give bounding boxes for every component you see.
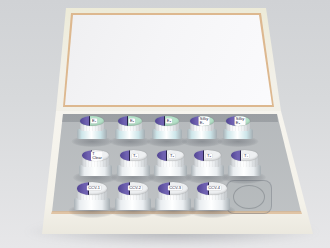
jar-label: E₂ (128, 118, 135, 123)
jar: SilkyE₂ (226, 116, 250, 143)
jar: T₃ (194, 150, 221, 180)
jar-lid-top: T₁ (120, 150, 147, 161)
jar: E₁ (80, 116, 104, 143)
jar: T₄ (231, 150, 258, 180)
jar-lid-top: SilkyE₂ (226, 116, 250, 126)
jar-body (155, 198, 191, 210)
jar-lid-top: T₄ (231, 150, 258, 161)
jar-grid: E₁E₂E₃SilkyE₁SilkyE₂TClearT₁T₂T₃T₄CCV-1C… (0, 0, 330, 248)
jar-lid-top: TClear (82, 150, 109, 161)
jar-lid-top: T₂ (157, 150, 184, 161)
jar-label: SilkyE₁ (198, 116, 209, 126)
jar: CCV-1 (77, 182, 107, 214)
jar: T₁ (120, 150, 147, 180)
jar-label: T₂ (169, 153, 176, 158)
jar-label: SilkyE₂ (234, 116, 245, 126)
jar-label: E₃ (165, 118, 172, 123)
jar-lid-top: CCV-4 (197, 182, 227, 195)
jar-label: T₁ (132, 153, 138, 158)
jar-label: T₃ (206, 153, 213, 158)
jar-body (115, 198, 151, 210)
jar-label: TClear (91, 151, 103, 161)
jar-lid-top: E₃ (155, 116, 179, 126)
jar-lid-top: CCV-1 (77, 182, 107, 195)
jar: SilkyE₁ (190, 116, 214, 143)
jar-lid-top: E₂ (118, 116, 142, 126)
jar-lid-top: E₁ (80, 116, 104, 126)
jar-body (194, 198, 230, 210)
jar-lid-top: CCV-3 (158, 182, 188, 195)
jar: T₂ (157, 150, 184, 180)
jar: TClear (82, 150, 109, 180)
jar-lid-top: SilkyE₁ (190, 116, 214, 126)
jar-label: CCV-4 (207, 186, 221, 191)
jar-lid-top: T₃ (194, 150, 221, 161)
jar-label: E₁ (90, 118, 97, 123)
jar: E₃ (155, 116, 179, 143)
jar-label: CCV-1 (87, 186, 101, 191)
jar-body (74, 198, 110, 210)
jar-label: CCV-3 (168, 186, 182, 191)
jar: CCV-3 (158, 182, 188, 214)
jar-label: CCV-2 (128, 186, 142, 191)
jar-lid-top: CCV-2 (118, 182, 148, 195)
jar: CCV-2 (118, 182, 148, 214)
jar-label: T₄ (243, 153, 250, 158)
jar: CCV-4 (197, 182, 227, 214)
photo-ceramic-kit-box: E₁E₂E₃SilkyE₁SilkyE₂TClearT₁T₂T₃T₄CCV-1C… (0, 0, 330, 248)
jar: E₂ (118, 116, 142, 143)
